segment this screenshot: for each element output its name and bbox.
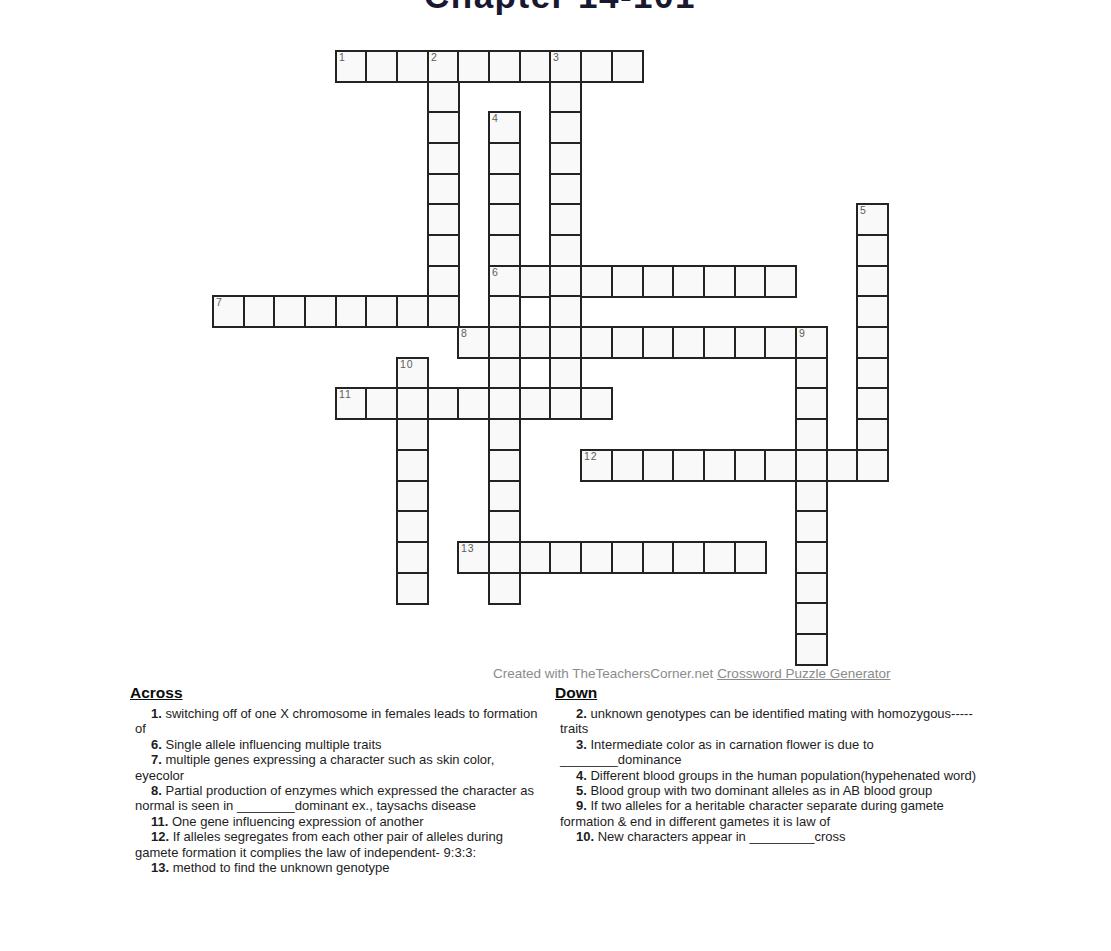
grid-cell[interactable] xyxy=(856,357,889,390)
grid-cell[interactable] xyxy=(580,387,613,420)
grid-cell[interactable] xyxy=(856,326,889,359)
grid-cell[interactable] xyxy=(519,326,552,359)
grid-cell[interactable] xyxy=(549,387,582,420)
grid-cell[interactable] xyxy=(856,234,889,267)
grid-cell[interactable] xyxy=(488,541,521,574)
grid-cell[interactable] xyxy=(549,234,582,267)
grid-cell[interactable] xyxy=(365,387,398,420)
grid-cell[interactable] xyxy=(642,326,675,359)
grid-cell[interactable] xyxy=(549,81,582,114)
clue-number: 4. xyxy=(576,768,590,783)
grid-cell[interactable] xyxy=(734,265,767,298)
grid-cell[interactable] xyxy=(243,295,276,328)
grid-cell[interactable] xyxy=(672,326,705,359)
clue-number: 12. xyxy=(151,829,173,844)
clue-number: 11. xyxy=(151,814,172,829)
grid-cell[interactable] xyxy=(549,265,582,298)
grid-cell[interactable] xyxy=(580,265,613,298)
grid-cell[interactable] xyxy=(488,142,521,175)
grid-cell[interactable] xyxy=(396,418,429,451)
grid-cell[interactable] xyxy=(795,541,828,574)
grid-cell[interactable] xyxy=(611,449,644,482)
cell-number: 2 xyxy=(431,52,438,63)
grid-cell[interactable] xyxy=(611,541,644,574)
grid-cell[interactable] xyxy=(396,541,429,574)
grid-cell[interactable] xyxy=(396,295,429,328)
cell-number: 7 xyxy=(216,297,223,308)
grid-cell[interactable] xyxy=(795,602,828,635)
grid-cell[interactable] xyxy=(549,173,582,206)
grid-cell[interactable] xyxy=(856,449,889,482)
grid-cell[interactable] xyxy=(488,418,521,451)
grid-cell[interactable] xyxy=(856,265,889,298)
grid-cell[interactable] xyxy=(856,295,889,328)
grid-cell[interactable] xyxy=(703,541,736,574)
grid-cell[interactable] xyxy=(672,449,705,482)
grid-cell[interactable] xyxy=(488,449,521,482)
clue-item: 4. Different blood groups in the human p… xyxy=(560,768,987,783)
grid-cell[interactable] xyxy=(549,541,582,574)
grid-cell[interactable] xyxy=(396,387,429,420)
grid-cell[interactable] xyxy=(856,387,889,420)
grid-cell[interactable] xyxy=(488,572,521,605)
grid-cell[interactable]: 3 xyxy=(549,50,582,83)
grid-cell[interactable] xyxy=(795,572,828,605)
grid-cell[interactable] xyxy=(580,50,613,83)
cell-number: 8 xyxy=(461,328,468,339)
grid-cell[interactable] xyxy=(427,173,460,206)
grid-cell[interactable] xyxy=(611,326,644,359)
grid-cell[interactable] xyxy=(795,510,828,543)
down-heading: Down xyxy=(555,684,987,702)
grid-cell[interactable] xyxy=(795,480,828,513)
cell-number: 11 xyxy=(339,389,352,400)
cell-number: 3 xyxy=(553,52,560,63)
grid-cell[interactable] xyxy=(427,142,460,175)
grid-cell[interactable] xyxy=(365,295,398,328)
grid-cell[interactable] xyxy=(734,541,767,574)
grid-cell[interactable] xyxy=(488,357,521,390)
grid-cell[interactable] xyxy=(795,418,828,451)
clue-item: 7. multiple genes expressing a character… xyxy=(135,752,538,783)
grid-cell[interactable] xyxy=(396,510,429,543)
grid-cell[interactable] xyxy=(703,449,736,482)
grid-cell[interactable] xyxy=(764,265,797,298)
grid-cell[interactable] xyxy=(795,357,828,390)
crossword-page: Chapter 14-101 12345678910111213 Created… xyxy=(0,0,1111,951)
grid-cell[interactable] xyxy=(795,387,828,420)
clue-number: 6. xyxy=(151,737,165,752)
grid-cell[interactable] xyxy=(519,387,552,420)
cell-number: 13 xyxy=(461,543,475,554)
crossword-grid: 12345678910111213 xyxy=(212,50,890,667)
grid-cell[interactable] xyxy=(549,111,582,144)
clue-number: 5. xyxy=(576,783,590,798)
clue-number: 10. xyxy=(576,829,598,844)
clue-number: 2. xyxy=(576,706,590,721)
clue-number: 9. xyxy=(576,798,590,813)
grid-cell[interactable] xyxy=(488,387,521,420)
grid-cell[interactable] xyxy=(488,203,521,236)
grid-cell[interactable]: 13 xyxy=(457,541,490,574)
grid-cell[interactable]: 8 xyxy=(457,326,490,359)
cell-number: 4 xyxy=(492,113,499,124)
grid-cell[interactable] xyxy=(703,265,736,298)
grid-cell[interactable] xyxy=(488,173,521,206)
grid-cell[interactable] xyxy=(580,326,613,359)
grid-cell[interactable] xyxy=(611,265,644,298)
grid-cell[interactable] xyxy=(734,326,767,359)
clue-item: 1. switching off of one X chromosome in … xyxy=(135,706,538,737)
clue-item: 5. Blood group with two dominant alleles… xyxy=(560,783,987,798)
crossword-generator-link[interactable]: Crossword Puzzle Generator xyxy=(717,666,890,681)
cell-number: 5 xyxy=(860,205,867,216)
grid-cell[interactable] xyxy=(335,295,368,328)
clue-number: 13. xyxy=(151,860,173,875)
cell-number: 10 xyxy=(400,359,414,370)
grid-cell[interactable] xyxy=(488,326,521,359)
clue-item: 6. Single allele influencing multiple tr… xyxy=(135,737,538,752)
grid-cell[interactable] xyxy=(764,449,797,482)
grid-cell[interactable] xyxy=(427,203,460,236)
clue-item: 11. One gene influencing expression of a… xyxy=(135,814,538,829)
clue-number: 8. xyxy=(151,783,165,798)
clue-item: 9. If two alleles for a heritable charac… xyxy=(560,798,987,829)
grid-cell[interactable] xyxy=(642,449,675,482)
cell-number: 6 xyxy=(492,267,499,278)
grid-cell[interactable] xyxy=(549,203,582,236)
grid-cell[interactable] xyxy=(427,387,460,420)
cell-number: 1 xyxy=(339,52,346,63)
grid-cell[interactable] xyxy=(642,541,675,574)
grid-cell[interactable] xyxy=(611,50,644,83)
grid-cell[interactable] xyxy=(488,510,521,543)
grid-cell[interactable] xyxy=(672,541,705,574)
grid-cell[interactable] xyxy=(519,541,552,574)
clue-item: 8. Partial production of enzymes which e… xyxy=(135,783,538,814)
grid-cell[interactable] xyxy=(396,480,429,513)
grid-cell[interactable] xyxy=(826,449,859,482)
down-clues-section: Down 2. unknown genotypes can be identif… xyxy=(555,684,987,845)
cell-number: 12 xyxy=(584,451,598,462)
clue-number: 1. xyxy=(151,706,165,721)
grid-cell[interactable] xyxy=(396,572,429,605)
grid-cell[interactable] xyxy=(734,449,767,482)
grid-cell[interactable] xyxy=(764,326,797,359)
grid-cell[interactable] xyxy=(549,326,582,359)
grid-cell[interactable] xyxy=(427,295,460,328)
grid-cell[interactable] xyxy=(856,418,889,451)
across-heading: Across xyxy=(130,684,538,702)
grid-cell[interactable] xyxy=(642,265,675,298)
grid-cell[interactable] xyxy=(457,50,490,83)
grid-cell[interactable] xyxy=(795,633,828,666)
grid-cell[interactable] xyxy=(488,480,521,513)
grid-cell[interactable]: 1 xyxy=(335,50,368,83)
grid-cell[interactable] xyxy=(396,50,429,83)
grid-cell[interactable] xyxy=(549,357,582,390)
grid-cell[interactable]: 2 xyxy=(427,50,460,83)
grid-cell[interactable] xyxy=(703,326,736,359)
clue-number: 3. xyxy=(576,737,590,752)
grid-cell[interactable] xyxy=(273,295,306,328)
grid-cell[interactable] xyxy=(427,111,460,144)
grid-cell[interactable] xyxy=(488,295,521,328)
grid-cell[interactable]: 5 xyxy=(856,203,889,236)
grid-cell[interactable] xyxy=(672,265,705,298)
grid-cell[interactable] xyxy=(549,142,582,175)
clue-item: 2. unknown genotypes can be identified m… xyxy=(560,706,987,737)
grid-cell[interactable] xyxy=(427,234,460,267)
grid-cell[interactable] xyxy=(365,50,398,83)
footer-credit: Created with TheTeachersCorner.net Cross… xyxy=(493,666,890,681)
grid-cell[interactable] xyxy=(488,234,521,267)
grid-cell[interactable]: 9 xyxy=(795,326,828,359)
across-clues-section: Across 1. switching off of one X chromos… xyxy=(130,684,538,875)
grid-cell[interactable]: 6 xyxy=(488,265,521,298)
grid-cell[interactable] xyxy=(427,265,460,298)
puzzle-title: Chapter 14-101 xyxy=(424,0,696,16)
grid-cell[interactable] xyxy=(795,449,828,482)
grid-cell[interactable]: 4 xyxy=(488,111,521,144)
grid-cell[interactable] xyxy=(304,295,337,328)
clue-item: 3. Intermediate color as in carnation fl… xyxy=(560,737,987,768)
across-clue-list: 1. switching off of one X chromosome in … xyxy=(130,706,538,875)
grid-cell[interactable]: 7 xyxy=(212,295,245,328)
grid-cell[interactable] xyxy=(519,50,552,83)
grid-cell[interactable] xyxy=(427,81,460,114)
grid-cell[interactable] xyxy=(488,50,521,83)
grid-cell[interactable] xyxy=(457,387,490,420)
clue-item: 10. New characters appear in _________cr… xyxy=(560,829,987,844)
grid-cell[interactable] xyxy=(549,295,582,328)
clue-item: 12. If alleles segregates from each othe… xyxy=(135,829,538,860)
grid-cell[interactable] xyxy=(519,265,552,298)
grid-cell[interactable] xyxy=(580,541,613,574)
grid-cell[interactable]: 12 xyxy=(580,449,613,482)
down-clue-list: 2. unknown genotypes can be identified m… xyxy=(555,706,987,845)
footer-credit-text: Created with TheTeachersCorner.net xyxy=(493,666,717,681)
grid-cell[interactable]: 11 xyxy=(335,387,368,420)
grid-cell[interactable]: 10 xyxy=(396,357,429,390)
cell-number: 9 xyxy=(799,328,806,339)
clue-number: 7. xyxy=(151,752,165,767)
clue-item: 13. method to find the unknown genotype xyxy=(135,860,538,875)
grid-cell[interactable] xyxy=(396,449,429,482)
